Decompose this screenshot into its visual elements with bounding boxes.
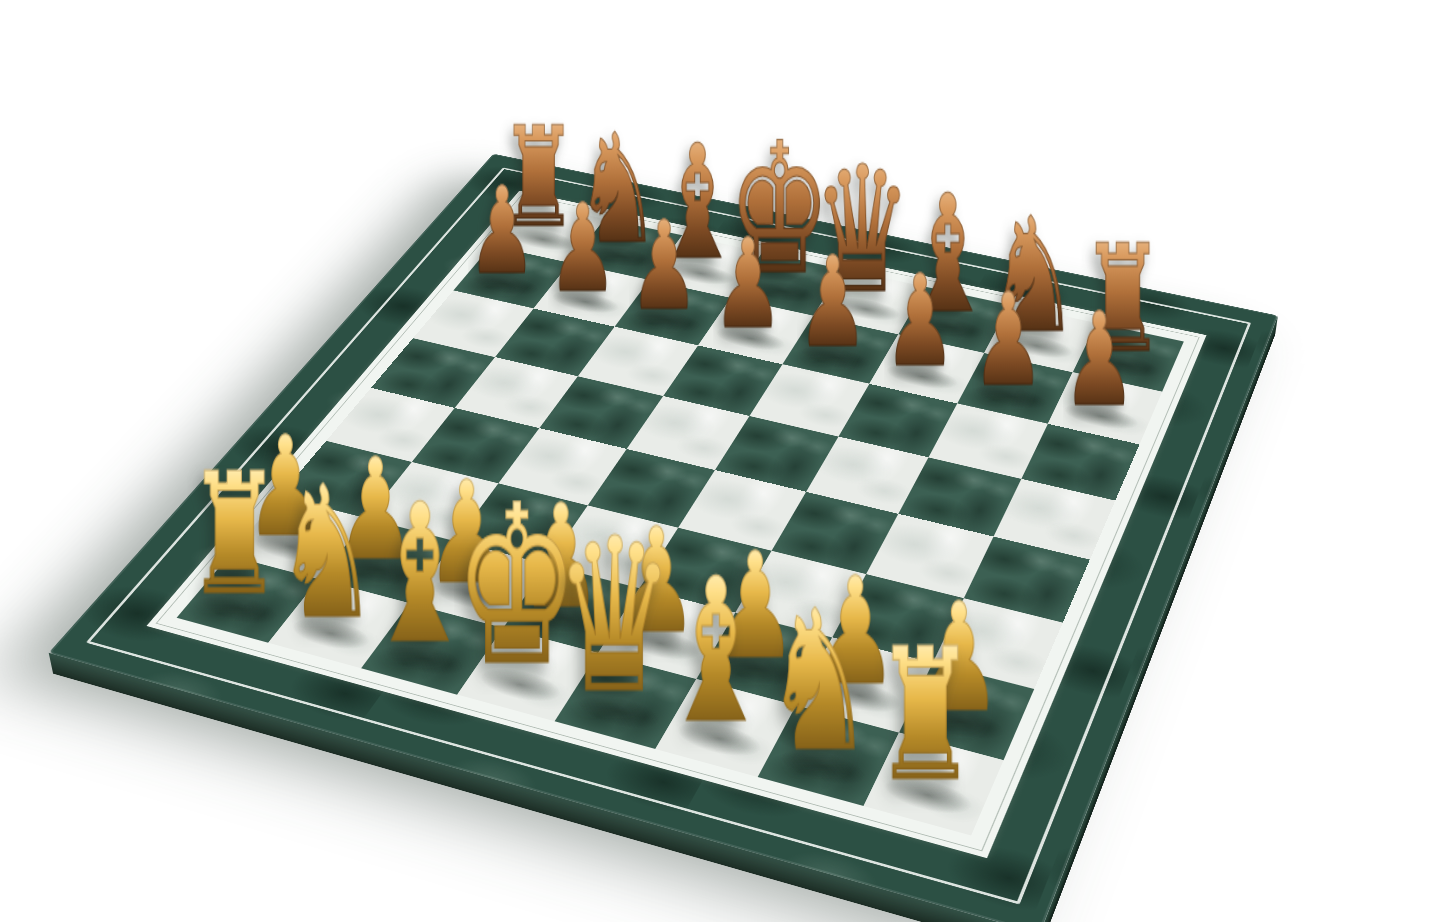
- gold-queen-e1[interactable]: ♛: [555, 516, 676, 718]
- gold-bishop-f1[interactable]: ♝: [660, 557, 772, 745]
- product-photo-scene: ♜♞♝♚♛♝♞♜♟♟♟♟♟♟♟♟♟♟♟♟♟♟♟♟♜♞♝♚♛♝♞♜: [0, 0, 1445, 922]
- chess-board: ♜♞♝♚♛♝♞♜♟♟♟♟♟♟♟♟♟♟♟♟♟♟♟♟♜♞♝♚♛♝♞♜: [49, 154, 1278, 922]
- gold-knight-g1[interactable]: ♞: [764, 590, 874, 774]
- gold-rook-h1[interactable]: ♜: [873, 629, 976, 802]
- gold-rook-a1[interactable]: ♜: [187, 456, 282, 615]
- gold-knight-b1[interactable]: ♞: [275, 466, 379, 639]
